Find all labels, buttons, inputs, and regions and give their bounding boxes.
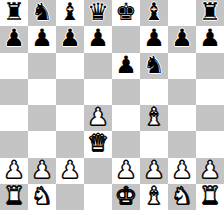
black-pawn[interactable]: ♟ bbox=[31, 26, 53, 50]
square-a3[interactable] bbox=[0, 131, 28, 157]
square-g2[interactable]: ♟ bbox=[168, 158, 196, 184]
square-b4[interactable] bbox=[28, 105, 56, 131]
square-d3[interactable]: ♛ bbox=[84, 131, 112, 157]
square-h8[interactable]: ♜ bbox=[196, 0, 224, 26]
square-g7[interactable]: ♟ bbox=[168, 26, 196, 52]
white-bishop[interactable]: ♝ bbox=[143, 184, 165, 208]
square-g6[interactable] bbox=[168, 53, 196, 79]
square-e8[interactable]: ♚ bbox=[112, 0, 140, 26]
black-rook[interactable]: ♜ bbox=[199, 0, 221, 24]
square-d5[interactable] bbox=[84, 79, 112, 105]
square-e5[interactable] bbox=[112, 79, 140, 105]
square-d4[interactable]: ♟ bbox=[84, 105, 112, 131]
square-b8[interactable]: ♞ bbox=[28, 0, 56, 26]
square-c8[interactable]: ♝ bbox=[56, 0, 84, 26]
square-c7[interactable]: ♟ bbox=[56, 26, 84, 52]
square-e1[interactable]: ♚ bbox=[112, 184, 140, 210]
square-a1[interactable]: ♜ bbox=[0, 184, 28, 210]
square-g4[interactable] bbox=[168, 105, 196, 131]
black-pawn[interactable]: ♟ bbox=[3, 26, 25, 50]
square-d1[interactable] bbox=[84, 184, 112, 210]
square-c3[interactable] bbox=[56, 131, 84, 157]
square-b2[interactable]: ♟ bbox=[28, 158, 56, 184]
square-c6[interactable] bbox=[56, 53, 84, 79]
black-pawn[interactable]: ♟ bbox=[115, 53, 137, 77]
square-e4[interactable] bbox=[112, 105, 140, 131]
square-f6[interactable]: ♞ bbox=[140, 53, 168, 79]
square-a8[interactable]: ♜ bbox=[0, 0, 28, 26]
black-knight[interactable]: ♞ bbox=[143, 53, 165, 77]
square-b1[interactable]: ♞ bbox=[28, 184, 56, 210]
white-pawn[interactable]: ♟ bbox=[31, 158, 53, 182]
square-d7[interactable]: ♟ bbox=[84, 26, 112, 52]
square-c4[interactable] bbox=[56, 105, 84, 131]
square-f2[interactable]: ♟ bbox=[140, 158, 168, 184]
white-pawn[interactable]: ♟ bbox=[115, 158, 137, 182]
square-f8[interactable]: ♝ bbox=[140, 0, 168, 26]
square-e6[interactable]: ♟ bbox=[112, 53, 140, 79]
square-f7[interactable]: ♟ bbox=[140, 26, 168, 52]
black-pawn[interactable]: ♟ bbox=[59, 26, 81, 50]
square-d2[interactable] bbox=[84, 158, 112, 184]
square-d8[interactable]: ♛ bbox=[84, 0, 112, 26]
black-bishop[interactable]: ♝ bbox=[143, 0, 165, 24]
square-a4[interactable] bbox=[0, 105, 28, 131]
square-d6[interactable] bbox=[84, 53, 112, 79]
white-pawn[interactable]: ♟ bbox=[143, 158, 165, 182]
square-a6[interactable] bbox=[0, 53, 28, 79]
square-b3[interactable] bbox=[28, 131, 56, 157]
white-rook[interactable]: ♜ bbox=[3, 184, 25, 208]
square-g3[interactable] bbox=[168, 131, 196, 157]
white-king[interactable]: ♚ bbox=[115, 184, 137, 208]
black-queen[interactable]: ♛ bbox=[87, 0, 109, 24]
square-g5[interactable] bbox=[168, 79, 196, 105]
square-a7[interactable]: ♟ bbox=[0, 26, 28, 52]
black-pawn[interactable]: ♟ bbox=[87, 26, 109, 50]
square-h1[interactable]: ♜ bbox=[196, 184, 224, 210]
white-pawn[interactable]: ♟ bbox=[3, 158, 25, 182]
square-h3[interactable] bbox=[196, 131, 224, 157]
white-bishop[interactable]: ♝ bbox=[143, 105, 165, 129]
white-knight[interactable]: ♞ bbox=[31, 184, 53, 208]
chess-board: ♜♞♝♛♚♝♜♟♟♟♟♟♟♟♟♞♟♝♛♟♟♟♟♟♟♟♜♞♚♝♞♜ bbox=[0, 0, 224, 210]
white-knight[interactable]: ♞ bbox=[171, 184, 193, 208]
square-b5[interactable] bbox=[28, 79, 56, 105]
white-pawn[interactable]: ♟ bbox=[59, 158, 81, 182]
square-b6[interactable] bbox=[28, 53, 56, 79]
square-h2[interactable]: ♟ bbox=[196, 158, 224, 184]
square-c5[interactable] bbox=[56, 79, 84, 105]
black-rook[interactable]: ♜ bbox=[3, 0, 25, 24]
square-c2[interactable]: ♟ bbox=[56, 158, 84, 184]
square-b7[interactable]: ♟ bbox=[28, 26, 56, 52]
square-e2[interactable]: ♟ bbox=[112, 158, 140, 184]
square-g1[interactable]: ♞ bbox=[168, 184, 196, 210]
black-king[interactable]: ♚ bbox=[115, 0, 137, 24]
square-a5[interactable] bbox=[0, 79, 28, 105]
black-bishop[interactable]: ♝ bbox=[59, 0, 81, 24]
black-pawn[interactable]: ♟ bbox=[143, 26, 165, 50]
square-f3[interactable] bbox=[140, 131, 168, 157]
white-rook[interactable]: ♜ bbox=[199, 184, 221, 208]
square-h6[interactable] bbox=[196, 53, 224, 79]
square-h7[interactable]: ♟ bbox=[196, 26, 224, 52]
white-pawn[interactable]: ♟ bbox=[87, 105, 109, 129]
white-queen[interactable]: ♛ bbox=[87, 131, 109, 155]
white-pawn[interactable]: ♟ bbox=[199, 158, 221, 182]
square-g8[interactable] bbox=[168, 0, 196, 26]
square-e3[interactable] bbox=[112, 131, 140, 157]
black-pawn[interactable]: ♟ bbox=[199, 26, 221, 50]
square-h4[interactable] bbox=[196, 105, 224, 131]
square-f1[interactable]: ♝ bbox=[140, 184, 168, 210]
black-pawn[interactable]: ♟ bbox=[171, 26, 193, 50]
square-c1[interactable] bbox=[56, 184, 84, 210]
black-knight[interactable]: ♞ bbox=[31, 0, 53, 24]
square-h5[interactable] bbox=[196, 79, 224, 105]
square-e7[interactable] bbox=[112, 26, 140, 52]
square-a2[interactable]: ♟ bbox=[0, 158, 28, 184]
square-f4[interactable]: ♝ bbox=[140, 105, 168, 131]
square-f5[interactable] bbox=[140, 79, 168, 105]
white-pawn[interactable]: ♟ bbox=[171, 158, 193, 182]
